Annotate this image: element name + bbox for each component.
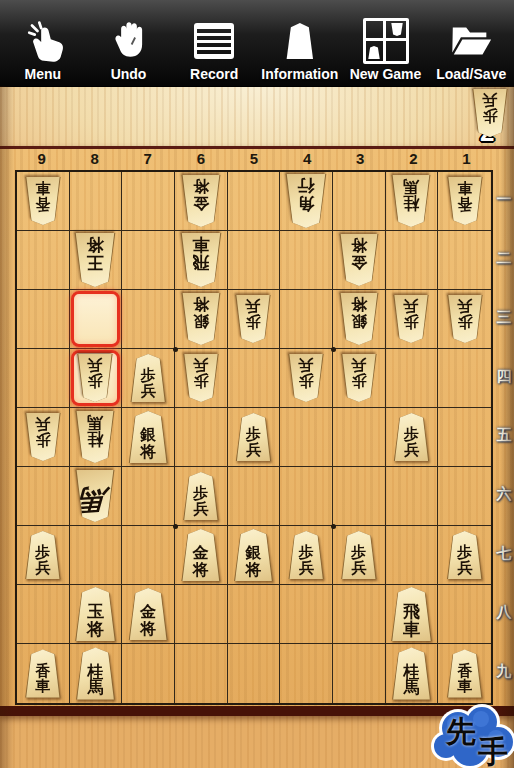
board-cell-9九[interactable]: 香車: [17, 644, 70, 703]
piece-kanji: 馬: [403, 680, 419, 696]
board-cell-7七[interactable]: [122, 526, 175, 585]
piece-kanji: 銀: [351, 312, 367, 328]
gote-hand-tray[interactable]: 歩兵 2: [450, 89, 510, 151]
piece-kanji: 将: [140, 444, 156, 460]
board-cell-3三[interactable]: 銀将: [333, 290, 386, 349]
shogi-piece-gote[interactable]: 桂馬: [73, 411, 117, 463]
piece-kanji: 兵: [141, 384, 156, 399]
piece-kanji: 馬: [87, 414, 103, 430]
new-game-button[interactable]: New Game: [343, 0, 429, 86]
record-label: Record: [190, 66, 238, 82]
board-cell-7八[interactable]: 金将: [122, 585, 175, 644]
file-label: 9: [15, 150, 68, 168]
board-cell-6四[interactable]: 歩兵: [175, 349, 228, 408]
piece-kanji: 歩: [483, 107, 498, 122]
board-cell-7一[interactable]: [122, 172, 175, 231]
undo-button[interactable]: Undo: [86, 0, 172, 86]
file-label: 2: [387, 150, 440, 168]
piece-kanji: 兵: [35, 561, 50, 576]
shogi-piece-gote[interactable]: 銀将: [179, 293, 223, 345]
file-label: 3: [334, 150, 387, 168]
piece-kanji: 歩: [351, 372, 366, 387]
shogi-piece-sente[interactable]: 歩兵: [391, 413, 431, 461]
shogi-piece-gote[interactable]: 馬: [73, 470, 117, 522]
shogi-piece-gote[interactable]: 桂馬: [389, 175, 433, 227]
shogi-board: 987654321 香車金将角行桂馬香車王将飛車金将銀将歩兵銀将歩兵歩兵歩兵歩兵…: [0, 146, 514, 716]
board-cell-9五[interactable]: 歩兵: [17, 408, 70, 467]
tap-hand-icon: [21, 16, 65, 66]
shogi-piece-gote[interactable]: 金将: [337, 234, 381, 286]
piece-kanji: 馬: [87, 680, 103, 696]
rank-label: 九: [494, 662, 514, 681]
menu-label: Menu: [25, 66, 62, 82]
star-point: [173, 347, 178, 352]
board-cell-4九[interactable]: [280, 644, 333, 703]
piece-kanji: 兵: [299, 357, 314, 372]
board-cell-1六[interactable]: [438, 467, 491, 526]
shogi-piece-gote[interactable]: 王将: [72, 233, 118, 287]
shogi-piece-gote[interactable]: 飛車: [178, 233, 224, 287]
piece-kanji: 銀: [193, 312, 209, 328]
board-cell-9六[interactable]: [17, 467, 70, 526]
shogi-piece-gote[interactable]: 香車: [445, 177, 485, 225]
file-label: 8: [68, 150, 121, 168]
board-cell-3四[interactable]: 歩兵: [333, 349, 386, 408]
piece-kanji: 香: [457, 195, 472, 210]
piece-kanji: 兵: [193, 502, 208, 517]
shogi-piece-sente[interactable]: 歩兵: [233, 413, 273, 461]
piece-kanji: 行: [298, 177, 315, 194]
board-cell-9三[interactable]: [17, 290, 70, 349]
board-cell-6八[interactable]: [175, 585, 228, 644]
file-labels: 987654321: [15, 150, 493, 168]
shogi-piece-gote[interactable]: 歩兵: [286, 354, 326, 402]
board-cell-7三[interactable]: [122, 290, 175, 349]
star-point: [331, 524, 336, 529]
board-cell-2四[interactable]: [386, 349, 439, 408]
shogi-piece-sente[interactable]: 飛車: [388, 587, 434, 641]
board-cell-6七[interactable]: 金将: [175, 526, 228, 585]
shogi-piece-gote[interactable]: 銀将: [337, 293, 381, 345]
board-cell-3一[interactable]: [333, 172, 386, 231]
piece-kanji: 香: [35, 195, 50, 210]
piece-kanji: 車: [457, 679, 472, 694]
board-cell-1二[interactable]: [438, 231, 491, 290]
open-folder-icon: [448, 16, 494, 66]
turn-kanji-sen: 先: [446, 712, 476, 753]
last-move-highlight: [71, 291, 121, 347]
shogi-piece-sente[interactable]: 金将: [126, 588, 170, 640]
piece-kanji: 車: [457, 180, 472, 195]
board-cell-4一[interactable]: 角行: [280, 172, 333, 231]
shogi-piece-gote[interactable]: 歩兵: [75, 354, 115, 402]
shogi-piece-sente[interactable]: 玉将: [72, 587, 118, 641]
board-cell-9七[interactable]: 歩兵: [17, 526, 70, 585]
piece-kanji: 歩: [457, 313, 472, 328]
board-cell-4三[interactable]: [280, 290, 333, 349]
board-cell-9八[interactable]: [17, 585, 70, 644]
board-cell-4八[interactable]: [280, 585, 333, 644]
shogi-piece-sente[interactable]: 歩兵: [286, 531, 326, 579]
piece-kanji: 兵: [246, 298, 261, 313]
shogi-piece-gote[interactable]: 香車: [23, 177, 63, 225]
shogi-piece-sente[interactable]: 歩兵: [181, 472, 221, 520]
piece-kanji: 車: [403, 621, 420, 638]
shogi-piece-sente[interactable]: 歩兵: [445, 531, 485, 579]
board-cell-1八[interactable]: [438, 585, 491, 644]
shogi-piece-gote[interactable]: 歩兵: [445, 295, 485, 343]
undo-label: Undo: [111, 66, 147, 82]
board-cell-5四[interactable]: [228, 349, 281, 408]
board-cell-8三[interactable]: [70, 290, 123, 349]
file-label: 4: [281, 150, 334, 168]
piece-kanji: 飛: [192, 253, 209, 270]
board-cell-2七[interactable]: [386, 526, 439, 585]
shogi-piece-gote[interactable]: 歩兵: [23, 413, 63, 461]
board-cell-4四[interactable]: 歩兵: [280, 349, 333, 408]
piece-kanji: 桂: [403, 194, 419, 210]
board-cell-7四[interactable]: 歩兵: [122, 349, 175, 408]
piece-kanji: 車: [192, 236, 209, 253]
rank-label: 五: [494, 426, 514, 445]
file-label: 5: [227, 150, 280, 168]
board-cell-7六[interactable]: [122, 467, 175, 526]
new-game-label: New Game: [350, 66, 422, 82]
board-cell-2二[interactable]: [386, 231, 439, 290]
board-cell-6二[interactable]: 飛車: [175, 231, 228, 290]
piece-kanji: 兵: [404, 443, 419, 458]
board-cell-3九[interactable]: [333, 644, 386, 703]
board-cell-6五[interactable]: [175, 408, 228, 467]
shogi-piece-gote[interactable]: 角行: [283, 174, 329, 228]
document-lines-icon: [194, 16, 234, 66]
board-cell-3五[interactable]: [333, 408, 386, 467]
piece-kanji: 将: [87, 621, 104, 638]
board-cell-1一[interactable]: 香車: [438, 172, 491, 231]
rank-label: 一: [494, 190, 514, 209]
piece-kanji: 馬: [403, 178, 419, 194]
menu-button[interactable]: Menu: [0, 0, 86, 86]
board-cell-6九[interactable]: [175, 644, 228, 703]
information-label: Information: [261, 66, 338, 82]
board-cell-1五[interactable]: [438, 408, 491, 467]
board-cell-9四[interactable]: [17, 349, 70, 408]
board-cell-6一[interactable]: 金将: [175, 172, 228, 231]
piece-kanji: 兵: [404, 298, 419, 313]
board-cell-5三[interactable]: 歩兵: [228, 290, 281, 349]
piece-kanji: 兵: [35, 416, 50, 431]
piece-kanji: 将: [140, 621, 156, 637]
board-cell-5六[interactable]: [228, 467, 281, 526]
board-cell-2八[interactable]: 飛車: [386, 585, 439, 644]
board-cell-5五[interactable]: 歩兵: [228, 408, 281, 467]
board-cell-8五[interactable]: 桂馬: [70, 408, 123, 467]
file-label: 7: [121, 150, 174, 168]
rank-label: 八: [494, 603, 514, 622]
board-grid: 香車金将角行桂馬香車王将飛車金将銀将歩兵銀将歩兵歩兵歩兵歩兵歩兵歩兵歩兵歩兵桂馬…: [15, 170, 493, 705]
board-cell-3二[interactable]: 金将: [333, 231, 386, 290]
shogi-piece-gote[interactable]: 金将: [179, 175, 223, 227]
piece-kanji: 将: [351, 296, 367, 312]
shogi-piece-sente[interactable]: 歩兵: [128, 354, 168, 402]
rank-label: 六: [494, 485, 514, 504]
piece-kanji: 歩: [35, 431, 50, 446]
star-point: [331, 347, 336, 352]
piece-kanji: 桂: [87, 430, 103, 446]
board-cell-8八[interactable]: 玉将: [70, 585, 123, 644]
shogi-piece-gote[interactable]: 歩兵: [339, 354, 379, 402]
file-label: 6: [174, 150, 227, 168]
board-cell-8一[interactable]: [70, 172, 123, 231]
shogi-piece-sente[interactable]: 金将: [179, 529, 223, 581]
toolbar: Menu Undo Record Information New Game: [0, 0, 514, 87]
piece-kanji: 歩: [88, 372, 103, 387]
board-cell-8二[interactable]: 王将: [70, 231, 123, 290]
shogi-piece-sente[interactable]: 歩兵: [339, 531, 379, 579]
piece-kanji: 車: [35, 679, 50, 694]
shogi-piece-sente[interactable]: 歩兵: [23, 531, 63, 579]
piece-kanji: 将: [193, 178, 209, 194]
turn-indicator-badge: 先 手: [424, 704, 514, 768]
piece-kanji: 兵: [88, 357, 103, 372]
piece-kanji: 将: [351, 237, 367, 253]
board-cell-9二[interactable]: [17, 231, 70, 290]
star-point: [173, 524, 178, 529]
load-save-label: Load/Save: [436, 66, 506, 82]
piece-kanji: 兵: [457, 561, 472, 576]
information-button[interactable]: Information: [257, 0, 343, 86]
board-cell-1九[interactable]: 香車: [438, 644, 491, 703]
board-cell-4六[interactable]: [280, 467, 333, 526]
shogi-piece-icon: [285, 16, 315, 66]
shogi-piece-sente[interactable]: 銀将: [231, 529, 275, 581]
board-cell-3八[interactable]: [333, 585, 386, 644]
shogi-piece-gote[interactable]: 歩兵: [181, 354, 221, 402]
stop-hand-icon: [108, 16, 150, 66]
shogi-piece-sente[interactable]: 香車: [23, 650, 63, 698]
turn-kanji-te: 手: [478, 732, 508, 768]
piece-kanji: 歩: [193, 372, 208, 387]
piece-kanji: 将: [245, 562, 261, 578]
board-cell-2三[interactable]: 歩兵: [386, 290, 439, 349]
board-cell-1三[interactable]: 歩兵: [438, 290, 491, 349]
board-cell-5九[interactable]: [228, 644, 281, 703]
shogi-piece-gote[interactable]: 歩兵: [391, 295, 431, 343]
board-cell-8四[interactable]: 歩兵: [70, 349, 123, 408]
rank-label: 七: [494, 544, 514, 563]
board-cell-6三[interactable]: 銀将: [175, 290, 228, 349]
board-cell-2五[interactable]: 歩兵: [386, 408, 439, 467]
board-cell-3七[interactable]: 歩兵: [333, 526, 386, 585]
piece-kanji: 金: [193, 194, 209, 210]
piece-kanji: 兵: [457, 298, 472, 313]
piece-kanji: 兵: [246, 443, 261, 458]
board-cell-9一[interactable]: 香車: [17, 172, 70, 231]
board-cell-5七[interactable]: 銀将: [228, 526, 281, 585]
shogi-piece-sente[interactable]: 桂馬: [73, 648, 117, 700]
piece-kanji: 歩: [404, 313, 419, 328]
board-cell-7五[interactable]: 銀将: [122, 408, 175, 467]
rank-label: 三: [494, 308, 514, 327]
board-cell-4二[interactable]: [280, 231, 333, 290]
board-cell-2六[interactable]: [386, 467, 439, 526]
piece-kanji: 歩: [299, 372, 314, 387]
record-button[interactable]: Record: [171, 0, 257, 86]
piece-kanji: 兵: [351, 357, 366, 372]
board-cell-5二[interactable]: [228, 231, 281, 290]
board-cell-4七[interactable]: 歩兵: [280, 526, 333, 585]
shogi-piece-gote[interactable]: 歩兵: [233, 295, 273, 343]
piece-kanji: 将: [193, 296, 209, 312]
load-save-button[interactable]: Load/Save: [428, 0, 514, 86]
piece-kanji: 将: [193, 562, 209, 578]
piece-kanji: 兵: [299, 561, 314, 576]
board-cell-5一[interactable]: [228, 172, 281, 231]
board-cell-2一[interactable]: 桂馬: [386, 172, 439, 231]
piece-kanji: 兵: [193, 357, 208, 372]
shogi-piece-gote[interactable]: 歩兵: [450, 89, 510, 137]
board-cell-8九[interactable]: 桂馬: [70, 644, 123, 703]
shogi-piece-sente[interactable]: 銀将: [126, 411, 170, 463]
rank-label: 四: [494, 367, 514, 386]
piece-kanji: 将: [87, 236, 104, 253]
board-cell-3六[interactable]: [333, 467, 386, 526]
piece-kanji: 馬: [81, 482, 110, 514]
piece-kanji: 兵: [483, 92, 498, 107]
shogi-piece-sente[interactable]: 香車: [445, 650, 485, 698]
board-cell-4五[interactable]: [280, 408, 333, 467]
piece-kanji: 兵: [351, 561, 366, 576]
rank-label: 二: [494, 249, 514, 268]
piece-kanji: 王: [87, 253, 104, 270]
board-cell-1七[interactable]: 歩兵: [438, 526, 491, 585]
rank-labels: 一二三四五六七八九: [494, 170, 514, 701]
file-label: 1: [440, 150, 493, 168]
board-cell-7二[interactable]: [122, 231, 175, 290]
piece-kanji: 角: [298, 194, 315, 211]
piece-kanji: 金: [351, 253, 367, 269]
piece-kanji: 歩: [246, 313, 261, 328]
board-grid-icon: [363, 16, 409, 66]
board-cell-8七[interactable]: [70, 526, 123, 585]
board-cell-1四[interactable]: [438, 349, 491, 408]
piece-kanji: 車: [35, 180, 50, 195]
board-cell-8六[interactable]: 馬: [70, 467, 123, 526]
gote-hand-pawn[interactable]: 歩兵: [450, 89, 510, 137]
board-cell-5八[interactable]: [228, 585, 281, 644]
board-cell-2九[interactable]: 桂馬: [386, 644, 439, 703]
board-cell-6六[interactable]: 歩兵: [175, 467, 228, 526]
board-cell-7九[interactable]: [122, 644, 175, 703]
shogi-piece-sente[interactable]: 桂馬: [389, 648, 433, 700]
